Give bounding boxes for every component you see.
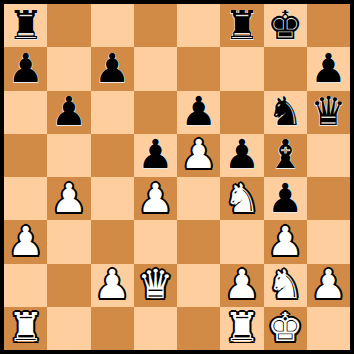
square-f8[interactable]: ♜ [220, 4, 263, 47]
chess-board-frame: ♜♜♚♟♟♟♟♟♞♛♟♟♟♝♟♟♞♟♟♟♟♛♟♞♟♜♜♚ [0, 0, 354, 354]
square-g8[interactable]: ♚ [264, 4, 307, 47]
square-b1[interactable] [47, 307, 90, 350]
square-f1[interactable]: ♜ [220, 307, 263, 350]
piece-black-bishop: ♝ [267, 134, 303, 174]
square-d4[interactable]: ♟ [134, 177, 177, 220]
square-e2[interactable] [177, 264, 220, 307]
square-e3[interactable] [177, 220, 220, 263]
square-g3[interactable]: ♟ [264, 220, 307, 263]
square-a7[interactable]: ♟ [4, 47, 47, 90]
square-b5[interactable] [47, 134, 90, 177]
square-e7[interactable] [177, 47, 220, 90]
piece-black-pawn: ♟ [137, 134, 173, 174]
square-h1[interactable] [307, 307, 350, 350]
square-e1[interactable] [177, 307, 220, 350]
square-e5[interactable]: ♟ [177, 134, 220, 177]
square-f5[interactable]: ♟ [220, 134, 263, 177]
square-c3[interactable] [91, 220, 134, 263]
square-b7[interactable] [47, 47, 90, 90]
square-c4[interactable] [91, 177, 134, 220]
square-c1[interactable] [91, 307, 134, 350]
square-c7[interactable]: ♟ [91, 47, 134, 90]
square-g4[interactable]: ♟ [264, 177, 307, 220]
square-d8[interactable] [134, 4, 177, 47]
piece-black-pawn: ♟ [181, 91, 217, 131]
square-d6[interactable] [134, 91, 177, 134]
piece-white-pawn: ♟ [94, 264, 130, 304]
square-h7[interactable]: ♟ [307, 47, 350, 90]
square-h3[interactable] [307, 220, 350, 263]
square-a5[interactable] [4, 134, 47, 177]
square-d2[interactable]: ♛ [134, 264, 177, 307]
piece-black-pawn: ♟ [224, 134, 260, 174]
piece-white-pawn: ♟ [8, 221, 44, 261]
square-a4[interactable] [4, 177, 47, 220]
square-f3[interactable] [220, 220, 263, 263]
piece-black-pawn: ♟ [267, 178, 303, 218]
square-c5[interactable] [91, 134, 134, 177]
piece-black-pawn: ♟ [51, 91, 87, 131]
square-g6[interactable]: ♞ [264, 91, 307, 134]
square-c8[interactable] [91, 4, 134, 47]
square-d5[interactable]: ♟ [134, 134, 177, 177]
chess-board: ♜♜♚♟♟♟♟♟♞♛♟♟♟♝♟♟♞♟♟♟♟♛♟♞♟♜♜♚ [4, 4, 350, 350]
piece-black-pawn: ♟ [310, 48, 346, 88]
square-g7[interactable] [264, 47, 307, 90]
piece-white-queen: ♛ [137, 264, 173, 304]
square-b6[interactable]: ♟ [47, 91, 90, 134]
square-f7[interactable] [220, 47, 263, 90]
square-f6[interactable] [220, 91, 263, 134]
square-d1[interactable] [134, 307, 177, 350]
square-c2[interactable]: ♟ [91, 264, 134, 307]
square-g5[interactable]: ♝ [264, 134, 307, 177]
square-b8[interactable] [47, 4, 90, 47]
piece-black-king: ♚ [267, 5, 303, 45]
square-e4[interactable] [177, 177, 220, 220]
piece-black-rook: ♜ [224, 5, 260, 45]
square-a8[interactable]: ♜ [4, 4, 47, 47]
square-b2[interactable] [47, 264, 90, 307]
piece-black-queen: ♛ [310, 91, 346, 131]
piece-white-pawn: ♟ [224, 264, 260, 304]
square-h2[interactable]: ♟ [307, 264, 350, 307]
piece-white-pawn: ♟ [137, 178, 173, 218]
square-h5[interactable] [307, 134, 350, 177]
piece-white-knight: ♞ [224, 178, 260, 218]
piece-white-knight: ♞ [267, 264, 303, 304]
square-a3[interactable]: ♟ [4, 220, 47, 263]
square-e8[interactable] [177, 4, 220, 47]
piece-white-pawn: ♟ [267, 221, 303, 261]
square-a2[interactable] [4, 264, 47, 307]
square-c6[interactable] [91, 91, 134, 134]
square-g1[interactable]: ♚ [264, 307, 307, 350]
square-a6[interactable] [4, 91, 47, 134]
piece-white-rook: ♜ [8, 307, 44, 347]
square-h6[interactable]: ♛ [307, 91, 350, 134]
square-g2[interactable]: ♞ [264, 264, 307, 307]
square-h4[interactable] [307, 177, 350, 220]
piece-white-king: ♚ [267, 307, 303, 347]
square-h8[interactable] [307, 4, 350, 47]
piece-black-pawn: ♟ [94, 48, 130, 88]
square-f4[interactable]: ♞ [220, 177, 263, 220]
piece-white-pawn: ♟ [51, 178, 87, 218]
square-f2[interactable]: ♟ [220, 264, 263, 307]
piece-white-pawn: ♟ [181, 134, 217, 174]
square-e6[interactable]: ♟ [177, 91, 220, 134]
square-b4[interactable]: ♟ [47, 177, 90, 220]
piece-black-pawn: ♟ [8, 48, 44, 88]
square-b3[interactable] [47, 220, 90, 263]
piece-black-rook: ♜ [8, 5, 44, 45]
square-d7[interactable] [134, 47, 177, 90]
piece-black-knight: ♞ [267, 91, 303, 131]
square-d3[interactable] [134, 220, 177, 263]
square-a1[interactable]: ♜ [4, 307, 47, 350]
piece-white-rook: ♜ [224, 307, 260, 347]
piece-white-pawn: ♟ [310, 264, 346, 304]
